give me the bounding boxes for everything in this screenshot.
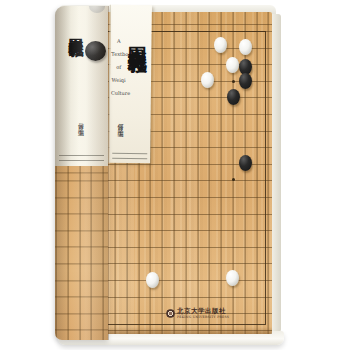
cover-title-label: A Textbook of Weiqi Culture 围棋文化教程 何云波 主…	[108, 5, 152, 163]
publisher-seal-icon	[166, 309, 175, 318]
spine-title: 围棋文化教程	[67, 26, 84, 128]
black-stone-icon	[85, 41, 106, 61]
english-title-word: A	[111, 35, 126, 48]
publisher-name-cn: 北京大学出版社	[177, 308, 229, 315]
white-stone-partial-icon	[89, 6, 105, 13]
publisher-imprint: 北京大学出版社 PEKING UNIVERSITY PRESS	[166, 308, 229, 319]
english-title: A Textbook of Weiqi Culture	[111, 35, 127, 100]
cover-bottom-edge	[108, 327, 272, 334]
publisher-text: 北京大学出版社 PEKING UNIVERSITY PRESS	[177, 308, 229, 319]
book-title: 围棋文化教程	[126, 31, 148, 163]
book-spine: 围棋文化教程 何云波 主编	[55, 6, 109, 340]
book-cover-photo: 北京大学出版社 PEKING UNIVERSITY PRESS A Textbo…	[0, 0, 350, 350]
spine-board-wood	[55, 166, 108, 340]
english-title-word: Culture	[111, 87, 126, 100]
english-title-word: Weiqi	[111, 74, 126, 87]
label-rule-lines	[112, 153, 147, 159]
english-title-word: of	[111, 61, 126, 74]
spine-label: 围棋文化教程 何云波 主编	[55, 6, 108, 166]
publisher-name-en: PEKING UNIVERSITY PRESS	[177, 315, 229, 319]
book-right-page-edge	[272, 14, 281, 332]
spine-rule-lines	[59, 155, 104, 161]
english-title-word: Textbook	[111, 48, 126, 61]
